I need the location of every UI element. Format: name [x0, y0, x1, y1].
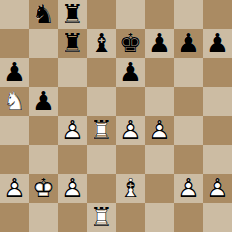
square-b7[interactable] [29, 29, 58, 58]
piece-fill-glyph: ♞ [29, 0, 58, 29]
square-d1[interactable]: ♜♖ [87, 203, 116, 232]
square-f1[interactable] [145, 203, 174, 232]
piece-outline-glyph: ♙ [58, 116, 87, 145]
square-a8[interactable] [0, 0, 29, 29]
black-bishop[interactable]: ♗♝ [87, 29, 116, 58]
white-rook[interactable]: ♜♖ [87, 203, 116, 232]
piece-fill-glyph: ♟ [174, 29, 203, 58]
square-c2[interactable]: ♟♙ [58, 174, 87, 203]
piece-outline-glyph: ♔ [29, 174, 58, 203]
square-c3[interactable] [58, 145, 87, 174]
chess-board: ♘♞♖♜♖♜♗♝♔♚♙♟♙♟♙♟♙♟♙♟♞♘♙♟♟♙♜♖♟♙♟♙♟♙♚♔♟♙♝♗… [0, 0, 232, 232]
piece-fill-glyph: ♟ [29, 87, 58, 116]
square-e7[interactable]: ♔♚ [116, 29, 145, 58]
square-a1[interactable] [0, 203, 29, 232]
square-b2[interactable]: ♚♔ [29, 174, 58, 203]
square-f5[interactable] [145, 87, 174, 116]
white-pawn[interactable]: ♟♙ [0, 174, 29, 203]
square-f7[interactable]: ♙♟ [145, 29, 174, 58]
square-g6[interactable] [174, 58, 203, 87]
square-a5[interactable]: ♞♘ [0, 87, 29, 116]
square-b6[interactable] [29, 58, 58, 87]
square-a2[interactable]: ♟♙ [0, 174, 29, 203]
square-d2[interactable] [87, 174, 116, 203]
white-pawn[interactable]: ♟♙ [116, 116, 145, 145]
white-rook[interactable]: ♜♖ [87, 116, 116, 145]
piece-fill-glyph: ♟ [116, 58, 145, 87]
square-h4[interactable] [203, 116, 232, 145]
square-a4[interactable] [0, 116, 29, 145]
square-a7[interactable] [0, 29, 29, 58]
square-g8[interactable] [174, 0, 203, 29]
square-g4[interactable] [174, 116, 203, 145]
piece-outline-glyph: ♙ [0, 174, 29, 203]
piece-fill-glyph: ♜ [58, 29, 87, 58]
piece-fill-glyph: ♚ [116, 29, 145, 58]
square-c7[interactable]: ♖♜ [58, 29, 87, 58]
square-b3[interactable] [29, 145, 58, 174]
piece-outline-glyph: ♙ [203, 174, 232, 203]
black-rook[interactable]: ♖♜ [58, 0, 87, 29]
piece-fill-glyph: ♜ [58, 0, 87, 29]
piece-outline-glyph: ♖ [87, 203, 116, 232]
square-d7[interactable]: ♗♝ [87, 29, 116, 58]
black-knight[interactable]: ♘♞ [29, 0, 58, 29]
square-h7[interactable]: ♙♟ [203, 29, 232, 58]
square-f6[interactable] [145, 58, 174, 87]
black-rook[interactable]: ♖♜ [58, 29, 87, 58]
square-c1[interactable] [58, 203, 87, 232]
black-pawn[interactable]: ♙♟ [174, 29, 203, 58]
square-h6[interactable] [203, 58, 232, 87]
square-e4[interactable]: ♟♙ [116, 116, 145, 145]
piece-outline-glyph: ♘ [0, 87, 29, 116]
white-pawn[interactable]: ♟♙ [145, 116, 174, 145]
square-g2[interactable]: ♟♙ [174, 174, 203, 203]
square-d8[interactable] [87, 0, 116, 29]
square-a3[interactable] [0, 145, 29, 174]
square-d3[interactable] [87, 145, 116, 174]
square-b4[interactable] [29, 116, 58, 145]
square-e5[interactable] [116, 87, 145, 116]
square-c5[interactable] [58, 87, 87, 116]
piece-outline-glyph: ♙ [116, 116, 145, 145]
white-bishop[interactable]: ♝♗ [116, 174, 145, 203]
square-h2[interactable]: ♟♙ [203, 174, 232, 203]
square-g3[interactable] [174, 145, 203, 174]
square-c8[interactable]: ♖♜ [58, 0, 87, 29]
square-h8[interactable] [203, 0, 232, 29]
square-g1[interactable] [174, 203, 203, 232]
square-b1[interactable] [29, 203, 58, 232]
square-e8[interactable] [116, 0, 145, 29]
square-f4[interactable]: ♟♙ [145, 116, 174, 145]
square-d6[interactable] [87, 58, 116, 87]
piece-fill-glyph: ♟ [0, 58, 29, 87]
square-c4[interactable]: ♟♙ [58, 116, 87, 145]
square-g5[interactable] [174, 87, 203, 116]
square-d5[interactable] [87, 87, 116, 116]
square-d4[interactable]: ♜♖ [87, 116, 116, 145]
square-f2[interactable] [145, 174, 174, 203]
black-pawn[interactable]: ♙♟ [145, 29, 174, 58]
black-pawn[interactable]: ♙♟ [0, 58, 29, 87]
black-pawn[interactable]: ♙♟ [203, 29, 232, 58]
black-pawn[interactable]: ♙♟ [29, 87, 58, 116]
square-c6[interactable] [58, 58, 87, 87]
piece-outline-glyph: ♙ [58, 174, 87, 203]
piece-outline-glyph: ♙ [174, 174, 203, 203]
piece-outline-glyph: ♗ [116, 174, 145, 203]
square-f8[interactable] [145, 0, 174, 29]
square-e6[interactable]: ♙♟ [116, 58, 145, 87]
square-f3[interactable] [145, 145, 174, 174]
square-h1[interactable] [203, 203, 232, 232]
square-a6[interactable]: ♙♟ [0, 58, 29, 87]
piece-outline-glyph: ♖ [87, 116, 116, 145]
piece-outline-glyph: ♙ [145, 116, 174, 145]
piece-fill-glyph: ♟ [145, 29, 174, 58]
white-king[interactable]: ♚♔ [29, 174, 58, 203]
white-pawn[interactable]: ♟♙ [203, 174, 232, 203]
square-e2[interactable]: ♝♗ [116, 174, 145, 203]
black-pawn[interactable]: ♙♟ [116, 58, 145, 87]
square-h5[interactable] [203, 87, 232, 116]
white-pawn[interactable]: ♟♙ [58, 116, 87, 145]
piece-fill-glyph: ♝ [87, 29, 116, 58]
white-pawn[interactable]: ♟♙ [174, 174, 203, 203]
white-pawn[interactable]: ♟♙ [58, 174, 87, 203]
piece-fill-glyph: ♟ [203, 29, 232, 58]
square-b8[interactable]: ♘♞ [29, 0, 58, 29]
white-knight[interactable]: ♞♘ [0, 87, 29, 116]
square-b5[interactable]: ♙♟ [29, 87, 58, 116]
square-h3[interactable] [203, 145, 232, 174]
square-e1[interactable] [116, 203, 145, 232]
square-g7[interactable]: ♙♟ [174, 29, 203, 58]
black-king[interactable]: ♔♚ [116, 29, 145, 58]
square-e3[interactable] [116, 145, 145, 174]
